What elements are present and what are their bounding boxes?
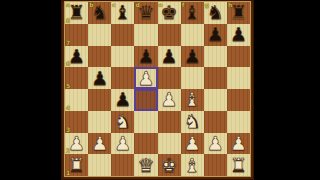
piece-black-pawn[interactable]: ♟ — [134, 46, 157, 68]
square-e4[interactable]: ♟ — [158, 89, 181, 111]
square-g1[interactable] — [204, 154, 227, 176]
square-a1[interactable]: 1♜ — [65, 154, 88, 176]
rank-label-5: 5 — [66, 82, 70, 89]
square-h8[interactable]: h♜ — [227, 2, 250, 24]
square-b4[interactable] — [88, 89, 111, 111]
rank-label-6: 6 — [66, 60, 70, 67]
square-g4[interactable] — [204, 89, 227, 111]
square-a6[interactable]: 6♟ — [65, 46, 88, 68]
square-f7[interactable] — [181, 24, 204, 46]
piece-white-pawn[interactable]: ♟ — [204, 133, 227, 155]
file-label-d: d — [135, 2, 139, 8]
square-h1[interactable]: ♜ — [227, 154, 250, 176]
square-c4[interactable]: ♟ — [111, 89, 134, 111]
square-d5[interactable]: ♟ — [134, 67, 157, 89]
piece-white-bishop[interactable]: ♝ — [181, 154, 204, 176]
square-d1[interactable]: ♛ — [134, 154, 157, 176]
piece-white-king[interactable]: ♚ — [158, 154, 181, 176]
piece-white-pawn[interactable]: ♟ — [158, 89, 181, 111]
square-d7[interactable] — [134, 24, 157, 46]
piece-white-rook[interactable]: ♜ — [227, 154, 250, 176]
square-h5[interactable] — [227, 67, 250, 89]
piece-black-pawn[interactable]: ♟ — [158, 46, 181, 68]
square-d3[interactable] — [134, 111, 157, 133]
square-f6[interactable]: ♟ — [181, 46, 204, 68]
piece-white-pawn[interactable]: ♟ — [88, 133, 111, 155]
chess-board[interactable]: a8♜b♞c♝d♛e♚f♝g♞h♜7♟♟6♟♟♟♟5♟♟4♟♟♝3♞♞2♟♟♟♟… — [64, 1, 251, 177]
square-g5[interactable] — [204, 67, 227, 89]
piece-white-knight[interactable]: ♞ — [111, 111, 134, 133]
square-b3[interactable] — [88, 111, 111, 133]
square-d2[interactable] — [134, 133, 157, 155]
square-c8[interactable]: c♝ — [111, 2, 134, 24]
square-f4[interactable]: ♝ — [181, 89, 204, 111]
square-h4[interactable] — [227, 89, 250, 111]
square-g2[interactable]: ♟ — [204, 133, 227, 155]
square-f8[interactable]: f♝ — [181, 2, 204, 24]
piece-black-pawn[interactable]: ♟ — [181, 46, 204, 68]
file-label-b: b — [89, 2, 93, 8]
square-c6[interactable] — [111, 46, 134, 68]
square-h2[interactable]: ♟ — [227, 133, 250, 155]
square-g7[interactable]: ♟ — [204, 24, 227, 46]
square-c5[interactable] — [111, 67, 134, 89]
square-e7[interactable] — [158, 24, 181, 46]
rank-label-2: 2 — [66, 147, 70, 154]
square-g8[interactable]: g♞ — [204, 2, 227, 24]
square-g6[interactable] — [204, 46, 227, 68]
piece-white-pawn[interactable]: ♟ — [181, 133, 204, 155]
square-b2[interactable]: ♟ — [88, 133, 111, 155]
square-b7[interactable] — [88, 24, 111, 46]
square-g3[interactable] — [204, 111, 227, 133]
square-f3[interactable]: ♞ — [181, 111, 204, 133]
piece-white-knight[interactable]: ♞ — [181, 111, 204, 133]
square-e8[interactable]: e♚ — [158, 2, 181, 24]
square-a4[interactable]: 4 — [65, 89, 88, 111]
square-c3[interactable]: ♞ — [111, 111, 134, 133]
piece-black-pawn[interactable]: ♟ — [227, 24, 250, 46]
square-b5[interactable]: ♟ — [88, 67, 111, 89]
piece-white-bishop[interactable]: ♝ — [181, 89, 204, 111]
square-a2[interactable]: 2♟ — [65, 133, 88, 155]
square-b1[interactable] — [88, 154, 111, 176]
piece-white-pawn[interactable]: ♟ — [111, 133, 134, 155]
piece-white-pawn[interactable]: ♟ — [227, 133, 250, 155]
square-e6[interactable]: ♟ — [158, 46, 181, 68]
square-a8[interactable]: a8♜ — [65, 2, 88, 24]
square-d4[interactable] — [134, 89, 157, 111]
rank-label-4: 4 — [66, 104, 70, 111]
square-f2[interactable]: ♟ — [181, 133, 204, 155]
square-d6[interactable]: ♟ — [134, 46, 157, 68]
square-e3[interactable] — [158, 111, 181, 133]
piece-white-pawn[interactable]: ♟ — [134, 67, 157, 89]
square-b6[interactable] — [88, 46, 111, 68]
square-a5[interactable]: 5 — [65, 67, 88, 89]
square-h7[interactable]: ♟ — [227, 24, 250, 46]
rank-label-8: 8 — [66, 17, 70, 24]
file-label-e: e — [159, 2, 163, 8]
square-h3[interactable] — [227, 111, 250, 133]
square-a7[interactable]: 7 — [65, 24, 88, 46]
file-label-c: c — [112, 2, 116, 8]
square-c2[interactable]: ♟ — [111, 133, 134, 155]
square-e2[interactable] — [158, 133, 181, 155]
file-label-a: a — [66, 2, 70, 8]
square-b8[interactable]: b♞ — [88, 2, 111, 24]
file-label-f: f — [182, 2, 185, 8]
file-label-h: h — [228, 2, 232, 8]
piece-black-pawn[interactable]: ♟ — [204, 24, 227, 46]
chess-board-frame: a8♜b♞c♝d♛e♚f♝g♞h♜7♟♟6♟♟♟♟5♟♟4♟♟♝3♞♞2♟♟♟♟… — [61, 0, 254, 180]
square-c7[interactable] — [111, 24, 134, 46]
square-e1[interactable]: ♚ — [158, 154, 181, 176]
app-background: a8♜b♞c♝d♛e♚f♝g♞h♜7♟♟6♟♟♟♟5♟♟4♟♟♝3♞♞2♟♟♟♟… — [0, 0, 320, 180]
piece-white-queen[interactable]: ♛ — [134, 154, 157, 176]
square-e5[interactable] — [158, 67, 181, 89]
rank-label-7: 7 — [66, 39, 70, 46]
square-f1[interactable]: ♝ — [181, 154, 204, 176]
rank-label-3: 3 — [66, 126, 70, 133]
square-a3[interactable]: 3 — [65, 111, 88, 133]
piece-black-pawn[interactable]: ♟ — [111, 89, 134, 111]
piece-black-pawn[interactable]: ♟ — [88, 67, 111, 89]
square-d8[interactable]: d♛ — [134, 2, 157, 24]
square-f5[interactable] — [181, 67, 204, 89]
rank-label-1: 1 — [66, 169, 70, 176]
square-h6[interactable] — [227, 46, 250, 68]
square-c1[interactable] — [111, 154, 134, 176]
file-label-g: g — [205, 2, 209, 8]
